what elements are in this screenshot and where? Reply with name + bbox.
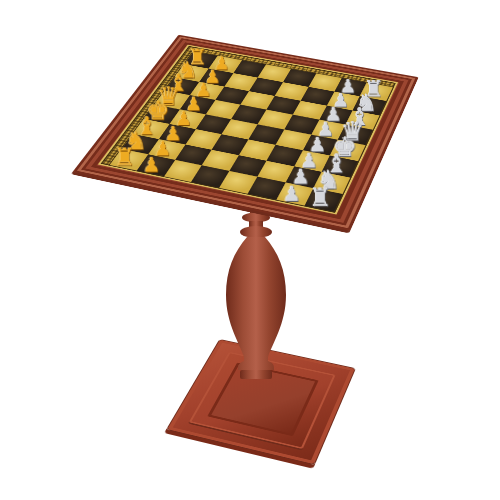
pedestal-baluster bbox=[226, 237, 286, 370]
table-pedestal-column bbox=[216, 200, 296, 380]
square-f8: ♝ bbox=[322, 156, 358, 178]
product-photo: ♜♟♟♜♞♟♟♞♝♟♟♝♛♟♟♛♚♟♟♚♝♟♟♝♞♟♟♞♜♟♟♜ bbox=[0, 0, 500, 500]
gold-rook: ♜ bbox=[110, 145, 139, 169]
chess-table-top: ♜♟♟♜♞♟♟♞♝♟♟♝♛♟♟♛♚♟♟♚♝♟♟♝♞♟♟♞♜♟♟♜ bbox=[73, 35, 419, 231]
pedestal-foot bbox=[240, 370, 272, 379]
pedestal-ring-lower bbox=[240, 226, 272, 238]
scene: ♜♟♟♜♞♟♟♞♝♟♟♝♛♟♟♛♚♟♟♚♝♟♟♝♞♟♟♞♜♟♟♜ bbox=[0, 0, 500, 500]
gold-pawn: ♟ bbox=[148, 139, 177, 159]
square-e1: ♚ bbox=[144, 104, 180, 123]
